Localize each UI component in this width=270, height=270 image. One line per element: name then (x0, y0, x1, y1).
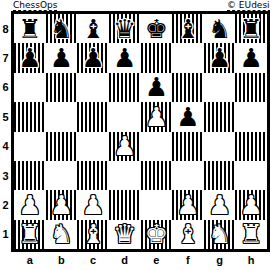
square-g4[interactable] (204, 132, 236, 161)
piece-white-pawn[interactable]: ♟ (113, 133, 136, 159)
piece-black-bishop[interactable]: ♝ (81, 16, 104, 42)
square-a7[interactable]: ♟ (14, 43, 46, 72)
piece-black-rook[interactable]: ♜ (240, 16, 263, 42)
square-b7[interactable]: ♟ (46, 43, 78, 72)
file-label-f: f (172, 252, 204, 267)
piece-black-king[interactable]: ♚ (145, 16, 168, 42)
piece-white-bishop[interactable]: ♝ (81, 221, 104, 247)
rank-label-3: 3 (0, 161, 11, 190)
square-c2[interactable]: ♟ (77, 190, 109, 219)
square-g6[interactable] (204, 73, 236, 102)
credit-label: © EUdesign (227, 0, 270, 11)
piece-white-king[interactable]: ♚ (145, 221, 168, 247)
rank-label-7: 7 (0, 43, 11, 72)
rank-label-5: 5 (0, 102, 11, 131)
piece-white-pawn[interactable]: ♟ (240, 192, 263, 218)
chessops-diagram: ChessOps © EUdesign ♜♞♝♛♚♝♞♜♟♟♟♟♟♟♟♟♟♟♟♟… (0, 0, 270, 270)
square-a2[interactable]: ♟ (14, 190, 46, 219)
piece-white-rook[interactable]: ♜ (240, 221, 263, 247)
board-frame: ♜♞♝♛♚♝♞♜♟♟♟♟♟♟♟♟♟♟♟♟♟♟♟♟♜♞♝♛♚♝♞♜ (11, 11, 270, 252)
square-a4[interactable] (14, 132, 46, 161)
piece-white-pawn[interactable]: ♟ (145, 104, 168, 130)
file-label-c: c (77, 252, 109, 267)
square-c8[interactable]: ♝ (77, 14, 109, 43)
file-label-b: b (46, 252, 78, 267)
square-h4[interactable] (235, 132, 267, 161)
square-e1[interactable]: ♚ (141, 220, 173, 249)
piece-white-knight[interactable]: ♞ (208, 221, 231, 247)
square-h1[interactable]: ♜ (235, 220, 267, 249)
piece-black-bishop[interactable]: ♝ (176, 16, 199, 42)
square-h3[interactable] (235, 161, 267, 190)
square-g5[interactable] (204, 102, 236, 131)
square-h6[interactable] (235, 73, 267, 102)
square-d6[interactable] (109, 73, 141, 102)
square-f8[interactable]: ♝ (172, 14, 204, 43)
piece-black-knight[interactable]: ♞ (50, 16, 73, 42)
square-f4[interactable] (172, 132, 204, 161)
piece-white-rook[interactable]: ♜ (18, 221, 41, 247)
piece-black-pawn[interactable]: ♟ (113, 45, 136, 71)
square-c3[interactable] (77, 161, 109, 190)
square-g3[interactable] (204, 161, 236, 190)
square-a1[interactable]: ♜ (14, 220, 46, 249)
rank-label-1: 1 (0, 220, 11, 249)
square-h5[interactable] (235, 102, 267, 131)
file-label-h: h (235, 252, 267, 267)
square-h8[interactable]: ♜ (235, 14, 267, 43)
square-e8[interactable]: ♚ (141, 14, 173, 43)
square-d7[interactable]: ♟ (109, 43, 141, 72)
piece-black-pawn[interactable]: ♟ (176, 104, 199, 130)
square-a6[interactable] (14, 73, 46, 102)
piece-white-pawn[interactable]: ♟ (18, 192, 41, 218)
piece-black-pawn[interactable]: ♟ (18, 45, 41, 71)
rank-label-8: 8 (0, 14, 11, 43)
file-label-g: g (204, 252, 236, 267)
square-b2[interactable]: ♟ (46, 190, 78, 219)
square-b8[interactable]: ♞ (46, 14, 78, 43)
square-g8[interactable]: ♞ (204, 14, 236, 43)
square-c1[interactable]: ♝ (77, 220, 109, 249)
square-g2[interactable]: ♟ (204, 190, 236, 219)
square-b3[interactable] (46, 161, 78, 190)
square-d5[interactable] (109, 102, 141, 131)
rank-labels: 87654321 (0, 14, 11, 249)
square-c6[interactable] (77, 73, 109, 102)
header: ChessOps © EUdesign (0, 0, 270, 11)
piece-black-pawn[interactable]: ♟ (50, 45, 73, 71)
square-f6[interactable] (172, 73, 204, 102)
square-g1[interactable]: ♞ (204, 220, 236, 249)
square-d3[interactable] (109, 161, 141, 190)
square-e4[interactable] (141, 132, 173, 161)
piece-white-queen[interactable]: ♛ (113, 221, 136, 247)
square-h2[interactable]: ♟ (235, 190, 267, 219)
square-e6[interactable]: ♟ (141, 73, 173, 102)
square-c5[interactable] (77, 102, 109, 131)
square-d1[interactable]: ♛ (109, 220, 141, 249)
piece-white-pawn[interactable]: ♟ (176, 192, 199, 218)
square-d4[interactable]: ♟ (109, 132, 141, 161)
square-h7[interactable]: ♟ (235, 43, 267, 72)
piece-white-pawn[interactable]: ♟ (81, 192, 104, 218)
square-b5[interactable] (46, 102, 78, 131)
piece-black-pawn[interactable]: ♟ (81, 45, 104, 71)
square-g7[interactable]: ♟ (204, 43, 236, 72)
square-e3[interactable] (141, 161, 173, 190)
piece-white-knight[interactable]: ♞ (50, 221, 73, 247)
square-a5[interactable] (14, 102, 46, 131)
square-b1[interactable]: ♞ (46, 220, 78, 249)
square-b4[interactable] (46, 132, 78, 161)
square-d8[interactable]: ♛ (109, 14, 141, 43)
piece-white-pawn[interactable]: ♟ (208, 192, 231, 218)
piece-white-bishop[interactable]: ♝ (176, 221, 199, 247)
piece-black-pawn[interactable]: ♟ (240, 45, 263, 71)
square-f1[interactable]: ♝ (172, 220, 204, 249)
piece-white-pawn[interactable]: ♟ (50, 192, 73, 218)
square-e5[interactable]: ♟ (141, 102, 173, 131)
square-a3[interactable] (14, 161, 46, 190)
file-labels: abcdefgh (14, 252, 267, 267)
piece-black-knight[interactable]: ♞ (208, 16, 231, 42)
square-d2[interactable] (109, 190, 141, 219)
rank-label-6: 6 (0, 73, 11, 102)
square-f5[interactable]: ♟ (172, 102, 204, 131)
square-f2[interactable]: ♟ (172, 190, 204, 219)
square-c4[interactable] (77, 132, 109, 161)
piece-black-pawn[interactable]: ♟ (145, 74, 168, 100)
rank-label-4: 4 (0, 132, 11, 161)
piece-black-queen[interactable]: ♛ (113, 16, 136, 42)
square-e7[interactable] (141, 43, 173, 72)
square-f3[interactable] (172, 161, 204, 190)
app-title: ChessOps (13, 0, 57, 11)
square-e2[interactable] (141, 190, 173, 219)
file-label-a: a (14, 252, 46, 267)
chess-board: ♜♞♝♛♚♝♞♜♟♟♟♟♟♟♟♟♟♟♟♟♟♟♟♟♜♞♝♛♚♝♞♜ (14, 14, 267, 249)
square-c7[interactable]: ♟ (77, 43, 109, 72)
square-a8[interactable]: ♜ (14, 14, 46, 43)
piece-black-pawn[interactable]: ♟ (208, 45, 231, 71)
piece-black-rook[interactable]: ♜ (18, 16, 41, 42)
rank-label-2: 2 (0, 190, 11, 219)
square-f7[interactable] (172, 43, 204, 72)
file-label-d: d (109, 252, 141, 267)
square-b6[interactable] (46, 73, 78, 102)
file-label-e: e (141, 252, 173, 267)
